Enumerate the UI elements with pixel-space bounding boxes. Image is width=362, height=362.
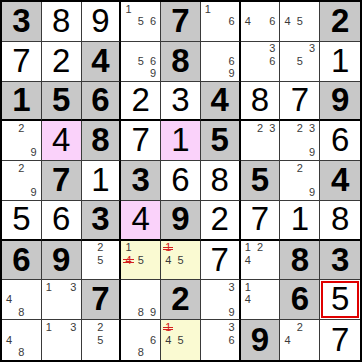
cell-r9c5[interactable]: 145	[161, 320, 201, 360]
cell-value: 6	[12, 243, 30, 276]
cell-r4c1[interactable]: 29	[2, 121, 42, 161]
cell-value: 4	[91, 44, 109, 77]
pencil-mark: 6	[147, 16, 159, 27]
cell-r6c6[interactable]: 2	[201, 201, 241, 241]
cell-value: 7	[331, 323, 349, 356]
cell-r2c6[interactable]: 69	[201, 42, 241, 82]
cell-r7c1[interactable]: 6	[2, 241, 42, 281]
cell-r1c4[interactable]: 156	[121, 2, 161, 42]
cell-r6c2[interactable]: 6	[42, 201, 82, 241]
cell-r2c2[interactable]: 2	[42, 42, 82, 82]
pencil-mark: 4	[162, 255, 174, 266]
pencil-mark: 5	[135, 16, 147, 27]
pencil-mark-struck: 1	[162, 322, 174, 333]
cell-value: 5	[12, 202, 30, 235]
cell-r9c7[interactable]: 9	[241, 320, 281, 360]
cell-r4c5[interactable]: 1	[161, 121, 201, 161]
cell-r1c3[interactable]: 9	[82, 2, 122, 42]
pencil-mark-struck: 4	[122, 255, 134, 266]
cell-r2c7[interactable]: 36	[241, 42, 281, 82]
cell-value: 3	[331, 243, 349, 276]
cell-r8c5[interactable]: 2	[161, 280, 201, 320]
pencil-mark: 4	[281, 335, 293, 346]
cell-r1c9[interactable]: 2	[320, 2, 360, 42]
cell-r8c9[interactable]: 5	[320, 280, 360, 320]
cell-r9c8[interactable]: 24	[280, 320, 320, 360]
pencil-mark: 8	[15, 307, 27, 318]
cell-r2c1[interactable]: 7	[2, 42, 42, 82]
cell-r7c4[interactable]: 145	[121, 241, 161, 281]
pencil-mark: 1	[202, 4, 214, 15]
cell-r3c4[interactable]: 2	[121, 82, 161, 122]
pencil-mark: 4	[242, 255, 254, 266]
cell-value: 6	[52, 202, 70, 235]
cell-value: 6	[171, 163, 189, 196]
cell-r8c6[interactable]: 39	[201, 280, 241, 320]
pencil-mark: 9	[306, 187, 318, 198]
cell-value: 9	[251, 323, 269, 356]
cell-r7c3[interactable]: 25	[82, 241, 122, 281]
cell-r5c5[interactable]: 6	[161, 161, 201, 201]
pencil-mark: 6	[266, 56, 278, 67]
pencil-mark: 9	[147, 68, 159, 79]
pencil-mark: 9	[28, 187, 40, 198]
cell-value: 5	[52, 83, 70, 116]
sudoku-grid: 3891567164645272456986936351156234879294…	[0, 0, 362, 362]
cell-r3c2[interactable]: 5	[42, 82, 82, 122]
pencil-mark: 9	[306, 147, 318, 158]
cell-r3c5[interactable]: 3	[161, 82, 201, 122]
cell-value: 6	[291, 282, 309, 315]
cell-r8c8[interactable]: 6	[280, 280, 320, 320]
pencil-mark: 5	[174, 335, 186, 346]
cell-value: 9	[331, 83, 349, 116]
pencil-mark: 4	[162, 335, 174, 346]
pencil-mark: 1	[242, 242, 254, 253]
cell-r9c2[interactable]: 13	[42, 320, 82, 360]
cell-r4c9[interactable]: 6	[320, 121, 360, 161]
cell-r3c9[interactable]: 9	[320, 82, 360, 122]
pencil-mark: 9	[226, 68, 238, 79]
pencil-mark: 6	[147, 335, 159, 346]
cell-r2c5[interactable]: 8	[161, 42, 201, 82]
cell-value: 8	[52, 4, 70, 37]
pencil-mark: 5	[174, 255, 186, 266]
cell-r6c4[interactable]: 4	[121, 201, 161, 241]
pencil-mark: 5	[294, 16, 306, 27]
pencil-mark: 2	[254, 123, 266, 134]
cell-value: 8	[91, 123, 109, 156]
cell-value: 6	[91, 83, 109, 116]
cell-r7c8[interactable]: 8	[280, 241, 320, 281]
cell-r8c4[interactable]: 89	[121, 280, 161, 320]
pencil-mark: 3	[266, 123, 278, 134]
cell-value: 2	[211, 202, 229, 235]
pencil-mark: 3	[306, 123, 318, 134]
cell-value: 8	[211, 163, 229, 196]
cell-value: 4	[331, 163, 349, 196]
pencil-mark: 3	[266, 43, 278, 54]
cell-value: 5	[331, 282, 349, 315]
pencil-mark: 2	[294, 123, 306, 134]
pencil-mark: 8	[15, 347, 27, 358]
pencil-mark: 1	[43, 322, 55, 333]
pencil-mark: 5	[94, 255, 106, 266]
cell-r3c3[interactable]: 6	[82, 82, 122, 122]
cell-r5c4[interactable]: 3	[121, 161, 161, 201]
pencil-mark: 8	[135, 307, 147, 318]
pencil-mark: 6	[226, 56, 238, 67]
cell-r6c8[interactable]: 1	[280, 201, 320, 241]
cell-r9c3[interactable]: 25	[82, 320, 122, 360]
cell-r8c7[interactable]: 14	[241, 280, 281, 320]
cell-r5c8[interactable]: 29	[280, 161, 320, 201]
cell-value: 2	[331, 4, 349, 37]
cell-value: 9	[171, 202, 189, 235]
cell-value: 1	[291, 202, 309, 235]
cell-value: 3	[91, 202, 109, 235]
cell-r1c1[interactable]: 3	[2, 2, 42, 42]
cell-r6c3[interactable]: 3	[82, 201, 122, 241]
cell-r6c9[interactable]: 8	[320, 201, 360, 241]
cell-r8c1[interactable]: 48	[2, 280, 42, 320]
cell-value: 7	[132, 123, 150, 156]
cell-value: 3	[171, 83, 189, 116]
pencil-mark: 8	[135, 347, 147, 358]
cell-value: 3	[132, 163, 150, 196]
cell-value: 1	[91, 163, 109, 196]
cell-value: 4	[132, 202, 150, 235]
cell-value: 7	[52, 163, 70, 196]
pencil-mark-struck: 1	[162, 242, 174, 253]
pencil-mark: 3	[226, 282, 238, 293]
cell-value: 7	[251, 202, 269, 235]
pencil-mark: 2	[94, 242, 106, 253]
pencil-mark: 3	[67, 282, 79, 293]
cell-r1c5[interactable]: 7	[161, 2, 201, 42]
cell-value: 6	[331, 123, 349, 156]
cell-r5c7[interactable]: 5	[241, 161, 281, 201]
cell-value: 7	[211, 243, 229, 276]
cell-r4c3[interactable]: 8	[82, 121, 122, 161]
cell-value: 1	[12, 83, 30, 116]
pencil-mark: 4	[3, 294, 15, 305]
cell-r7c2[interactable]: 9	[42, 241, 82, 281]
pencil-mark: 6	[266, 16, 278, 27]
cell-r5c3[interactable]: 1	[82, 161, 122, 201]
cell-r3c6[interactable]: 4	[201, 82, 241, 122]
cell-value: 7	[291, 83, 309, 116]
pencil-mark: 9	[28, 147, 40, 158]
cell-r7c7[interactable]: 124	[241, 241, 281, 281]
cell-r9c4[interactable]: 68	[121, 320, 161, 360]
pencil-mark: 2	[294, 322, 306, 333]
cell-value: 4	[52, 123, 70, 156]
pencil-mark: 3	[67, 322, 79, 333]
cell-value: 3	[12, 4, 30, 37]
pencil-mark: 4	[281, 16, 293, 27]
pencil-mark: 1	[122, 4, 134, 15]
pencil-mark: 2	[94, 322, 106, 333]
cell-r6c5[interactable]: 9	[161, 201, 201, 241]
cell-r9c9[interactable]: 7	[320, 320, 360, 360]
pencil-mark: 4	[242, 16, 254, 27]
cell-r7c6[interactable]: 7	[201, 241, 241, 281]
cell-r9c1[interactable]: 48	[2, 320, 42, 360]
pencil-mark: 2	[254, 242, 266, 253]
cell-value: 7	[171, 4, 189, 37]
pencil-mark: 6	[147, 56, 159, 67]
cell-r3c1[interactable]: 1	[2, 82, 42, 122]
pencil-mark: 1	[122, 242, 134, 253]
cell-r4c8[interactable]: 239	[280, 121, 320, 161]
pencil-mark: 2	[15, 123, 27, 134]
cell-value: 9	[91, 4, 109, 37]
cell-r1c2[interactable]: 8	[42, 2, 82, 42]
cell-value: 8	[171, 44, 189, 77]
pencil-mark: 5	[135, 255, 147, 266]
cell-r3c7[interactable]: 8	[241, 82, 281, 122]
cell-r5c2[interactable]: 7	[42, 161, 82, 201]
cell-r2c9[interactable]: 1	[320, 42, 360, 82]
cell-r2c3[interactable]: 4	[82, 42, 122, 82]
cell-r4c2[interactable]: 4	[42, 121, 82, 161]
pencil-mark: 4	[3, 335, 15, 346]
cell-value: 7	[12, 44, 30, 77]
cell-r4c6[interactable]: 5	[201, 121, 241, 161]
cell-value: 1	[331, 44, 349, 77]
cell-r2c8[interactable]: 35	[280, 42, 320, 82]
pencil-mark: 6	[226, 335, 238, 346]
cell-value: 8	[331, 202, 349, 235]
pencil-mark: 3	[226, 322, 238, 333]
pencil-mark: 2	[294, 163, 306, 174]
cell-r6c7[interactable]: 7	[241, 201, 281, 241]
cell-value: 9	[52, 243, 70, 276]
cell-value: 2	[52, 44, 70, 77]
pencil-mark: 5	[294, 56, 306, 67]
pencil-mark: 1	[43, 282, 55, 293]
cell-value: 1	[171, 123, 189, 156]
pencil-mark: 2	[15, 163, 27, 174]
cell-r4c7[interactable]: 23	[241, 121, 281, 161]
cell-r1c7[interactable]: 46	[241, 2, 281, 42]
cell-r9c6[interactable]: 36	[201, 320, 241, 360]
cell-value: 8	[291, 243, 309, 276]
cell-r1c6[interactable]: 16	[201, 2, 241, 42]
cell-value: 8	[251, 83, 269, 116]
pencil-mark: 5	[94, 335, 106, 346]
cell-r4c4[interactable]: 7	[121, 121, 161, 161]
pencil-mark: 5	[135, 56, 147, 67]
cell-value: 4	[211, 83, 229, 116]
cell-r5c9[interactable]: 4	[320, 161, 360, 201]
cell-r2c4[interactable]: 569	[121, 42, 161, 82]
pencil-mark: 1	[242, 282, 254, 293]
cell-value: 7	[91, 282, 109, 315]
pencil-mark: 6	[226, 16, 238, 27]
cell-r5c1[interactable]: 29	[2, 161, 42, 201]
cell-r8c2[interactable]: 13	[42, 280, 82, 320]
cell-value: 2	[132, 83, 150, 116]
cell-r6c1[interactable]: 5	[2, 201, 42, 241]
pencil-mark: 9	[226, 307, 238, 318]
cell-value: 5	[251, 163, 269, 196]
pencil-mark: 4	[242, 294, 254, 305]
pencil-mark: 3	[306, 43, 318, 54]
cell-r3c8[interactable]: 7	[280, 82, 320, 122]
cell-r7c9[interactable]: 3	[320, 241, 360, 281]
cell-r8c3[interactable]: 7	[82, 280, 122, 320]
cell-value: 2	[171, 282, 189, 315]
cell-r1c8[interactable]: 45	[280, 2, 320, 42]
cell-value: 5	[211, 123, 229, 156]
cell-r5c6[interactable]: 8	[201, 161, 241, 201]
cell-r7c5[interactable]: 145	[161, 241, 201, 281]
pencil-mark: 9	[147, 307, 159, 318]
